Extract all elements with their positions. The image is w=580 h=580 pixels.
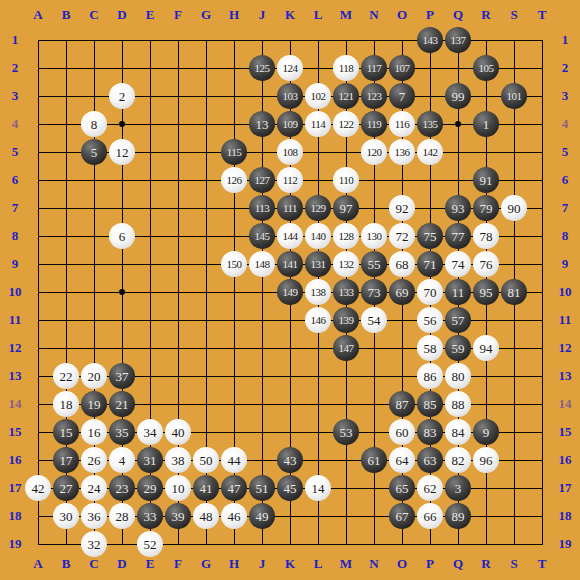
stone-M8: 128: [333, 223, 359, 249]
stone-J4: 13: [249, 111, 275, 137]
stone-Q9: 74: [445, 251, 471, 277]
col-label-top-B: B: [52, 2, 80, 28]
col-label-top-L: L: [304, 2, 332, 28]
stone-L4: 114: [305, 111, 331, 137]
stone-Q18: 89: [445, 503, 471, 529]
stone-P13: 86: [417, 363, 443, 389]
stone-S7: 90: [501, 195, 527, 221]
stone-Q11: 57: [445, 307, 471, 333]
col-label-top-K: K: [276, 2, 304, 28]
stone-R7: 79: [473, 195, 499, 221]
stone-O4: 116: [389, 111, 415, 137]
stone-E19: 52: [137, 531, 163, 557]
stone-O7: 92: [389, 195, 415, 221]
stone-Q12: 59: [445, 335, 471, 361]
stone-L10: 138: [305, 279, 331, 305]
stone-Q14: 88: [445, 391, 471, 417]
stone-R10: 95: [473, 279, 499, 305]
col-label-top-C: C: [80, 2, 108, 28]
stone-O14: 87: [389, 391, 415, 417]
stone-P4: 135: [417, 111, 443, 137]
stone-R12: 94: [473, 335, 499, 361]
stone-M7: 97: [333, 195, 359, 221]
stone-F15: 40: [165, 419, 191, 445]
stone-C18: 36: [81, 503, 107, 529]
col-label-top-J: J: [248, 2, 276, 28]
stone-M3: 121: [333, 83, 359, 109]
stone-P17: 62: [417, 475, 443, 501]
stone-P16: 63: [417, 447, 443, 473]
stone-B18: 30: [53, 503, 79, 529]
stone-N16: 61: [361, 447, 387, 473]
stone-K16: 43: [277, 447, 303, 473]
stone-M2: 118: [333, 55, 359, 81]
stone-N4: 119: [361, 111, 387, 137]
stone-J9: 148: [249, 251, 275, 277]
stone-J2: 125: [249, 55, 275, 81]
col-label-top-D: D: [108, 2, 136, 28]
stone-R8: 78: [473, 223, 499, 249]
col-label-top-N: N: [360, 2, 388, 28]
stone-L11: 146: [305, 307, 331, 333]
stone-O5: 136: [389, 139, 415, 165]
stone-R6: 91: [473, 167, 499, 193]
stone-L7: 129: [305, 195, 331, 221]
stone-C19: 32: [81, 531, 107, 557]
stone-N9: 55: [361, 251, 387, 277]
stone-E16: 31: [137, 447, 163, 473]
stone-O8: 72: [389, 223, 415, 249]
stone-P12: 58: [417, 335, 443, 361]
stones-layer: 1234567891011121314151617181920212223242…: [24, 26, 556, 558]
col-label-top-O: O: [388, 2, 416, 28]
stone-P1: 143: [417, 27, 443, 53]
stone-O3: 7: [389, 83, 415, 109]
col-label-top-Q: Q: [444, 2, 472, 28]
col-label-top-P: P: [416, 2, 444, 28]
stone-N2: 117: [361, 55, 387, 81]
stone-Q3: 99: [445, 83, 471, 109]
stone-J7: 113: [249, 195, 275, 221]
stone-J6: 127: [249, 167, 275, 193]
stone-C4: 8: [81, 111, 107, 137]
stone-M11: 139: [333, 307, 359, 333]
stone-D15: 35: [109, 419, 135, 445]
stone-P8: 75: [417, 223, 443, 249]
stone-S3: 101: [501, 83, 527, 109]
stone-G17: 41: [193, 475, 219, 501]
stone-O16: 64: [389, 447, 415, 473]
stone-F18: 39: [165, 503, 191, 529]
stone-Q10: 11: [445, 279, 471, 305]
stone-B15: 15: [53, 419, 79, 445]
stone-D8: 6: [109, 223, 135, 249]
stone-K6: 112: [277, 167, 303, 193]
stone-L3: 102: [305, 83, 331, 109]
col-label-top-S: S: [500, 2, 528, 28]
stone-N10: 73: [361, 279, 387, 305]
stone-E15: 34: [137, 419, 163, 445]
stone-D5: 12: [109, 139, 135, 165]
stone-C16: 26: [81, 447, 107, 473]
stone-Q15: 84: [445, 419, 471, 445]
stone-F16: 38: [165, 447, 191, 473]
stone-H6: 126: [221, 167, 247, 193]
stone-D18: 28: [109, 503, 135, 529]
star-point-D10: [119, 289, 125, 295]
go-board: ABCDEFGHJKLMNOPQRST ABCDEFGHJKLMNOPQRST …: [0, 0, 580, 580]
stone-K7: 111: [277, 195, 303, 221]
stone-E18: 33: [137, 503, 163, 529]
stone-B13: 22: [53, 363, 79, 389]
stone-K5: 108: [277, 139, 303, 165]
stone-Q1: 137: [445, 27, 471, 53]
stone-M9: 132: [333, 251, 359, 277]
star-point-Q4: [455, 121, 461, 127]
stone-N8: 130: [361, 223, 387, 249]
col-label-top-M: M: [332, 2, 360, 28]
stone-B14: 18: [53, 391, 79, 417]
stone-C14: 19: [81, 391, 107, 417]
stone-H16: 44: [221, 447, 247, 473]
col-label-top-H: H: [220, 2, 248, 28]
stone-Q16: 82: [445, 447, 471, 473]
stone-R2: 105: [473, 55, 499, 81]
stone-K17: 45: [277, 475, 303, 501]
stone-H17: 47: [221, 475, 247, 501]
stone-Q13: 80: [445, 363, 471, 389]
stone-M12: 147: [333, 335, 359, 361]
stone-N11: 54: [361, 307, 387, 333]
stone-D16: 4: [109, 447, 135, 473]
stone-R4: 1: [473, 111, 499, 137]
stone-D14: 21: [109, 391, 135, 417]
stone-K9: 141: [277, 251, 303, 277]
stone-H5: 115: [221, 139, 247, 165]
col-label-top-E: E: [136, 2, 164, 28]
stone-P14: 85: [417, 391, 443, 417]
star-point-D4: [119, 121, 125, 127]
col-label-top-G: G: [192, 2, 220, 28]
stone-Q7: 93: [445, 195, 471, 221]
stone-K4: 109: [277, 111, 303, 137]
stone-G18: 48: [193, 503, 219, 529]
stone-M6: 110: [333, 167, 359, 193]
stone-K2: 124: [277, 55, 303, 81]
stone-R15: 9: [473, 419, 499, 445]
stone-F17: 10: [165, 475, 191, 501]
stone-J8: 145: [249, 223, 275, 249]
stone-P15: 83: [417, 419, 443, 445]
stone-P10: 70: [417, 279, 443, 305]
col-label-top-F: F: [164, 2, 192, 28]
stone-J18: 49: [249, 503, 275, 529]
stone-M10: 133: [333, 279, 359, 305]
stone-R9: 76: [473, 251, 499, 277]
stone-M4: 122: [333, 111, 359, 137]
stone-O2: 107: [389, 55, 415, 81]
stone-O10: 69: [389, 279, 415, 305]
stone-P18: 66: [417, 503, 443, 529]
stone-K10: 149: [277, 279, 303, 305]
stone-B16: 17: [53, 447, 79, 473]
stone-K8: 144: [277, 223, 303, 249]
stone-L9: 131: [305, 251, 331, 277]
stone-O15: 60: [389, 419, 415, 445]
stone-N5: 120: [361, 139, 387, 165]
col-label-top-A: A: [24, 2, 52, 28]
stone-Q8: 77: [445, 223, 471, 249]
stone-P11: 56: [417, 307, 443, 333]
column-labels-top: ABCDEFGHJKLMNOPQRST: [24, 2, 556, 28]
stone-E17: 29: [137, 475, 163, 501]
stone-B17: 27: [53, 475, 79, 501]
stone-C13: 20: [81, 363, 107, 389]
stone-R16: 96: [473, 447, 499, 473]
stone-C5: 5: [81, 139, 107, 165]
stone-K3: 103: [277, 83, 303, 109]
stone-P9: 71: [417, 251, 443, 277]
stone-Q17: 3: [445, 475, 471, 501]
stone-D3: 2: [109, 83, 135, 109]
stone-H9: 150: [221, 251, 247, 277]
stone-O9: 68: [389, 251, 415, 277]
stone-C17: 24: [81, 475, 107, 501]
stone-N3: 123: [361, 83, 387, 109]
stone-L17: 14: [305, 475, 331, 501]
stone-D17: 23: [109, 475, 135, 501]
stone-O17: 65: [389, 475, 415, 501]
col-label-top-R: R: [472, 2, 500, 28]
stone-S10: 81: [501, 279, 527, 305]
stone-J17: 51: [249, 475, 275, 501]
stone-L8: 140: [305, 223, 331, 249]
stone-H18: 46: [221, 503, 247, 529]
stone-M15: 53: [333, 419, 359, 445]
stone-D13: 37: [109, 363, 135, 389]
stone-A17: 42: [25, 475, 51, 501]
stone-C15: 16: [81, 419, 107, 445]
stone-P5: 142: [417, 139, 443, 165]
stone-O18: 67: [389, 503, 415, 529]
col-label-top-T: T: [528, 2, 556, 28]
stone-G16: 50: [193, 447, 219, 473]
